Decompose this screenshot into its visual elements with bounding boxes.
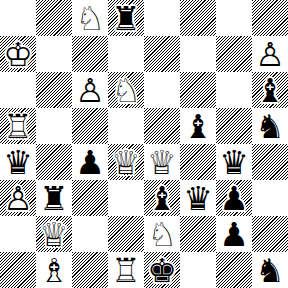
square-g4[interactable]: ♛♛ (216, 144, 252, 180)
square-g5[interactable] (216, 108, 252, 144)
square-b4[interactable] (36, 144, 72, 180)
piece-halo: ♛ (144, 144, 180, 180)
piece-black-pawn: ♟ (216, 180, 252, 216)
square-c5[interactable] (72, 108, 108, 144)
square-e2[interactable]: ♞♘ (144, 216, 180, 252)
piece-halo: ♞ (144, 216, 180, 252)
square-d5[interactable] (108, 108, 144, 144)
square-d7[interactable] (108, 36, 144, 72)
piece-white-queen: ♕ (36, 216, 72, 252)
piece-halo: ♛ (0, 144, 36, 180)
piece-black-bishop: ♝ (180, 108, 216, 144)
square-b5[interactable] (36, 108, 72, 144)
piece-halo: ♟ (216, 180, 252, 216)
square-b2[interactable]: ♛♕ (36, 216, 72, 252)
square-d4[interactable]: ♛♕ (108, 144, 144, 180)
square-a8[interactable] (0, 0, 36, 36)
square-h6[interactable]: ♝♝ (252, 72, 288, 108)
square-f7[interactable] (180, 36, 216, 72)
square-c1[interactable] (72, 252, 108, 288)
piece-white-rook: ♖ (108, 252, 144, 288)
piece-halo: ♝ (180, 108, 216, 144)
square-h3[interactable] (252, 180, 288, 216)
chess-board: ♞♘♜♜♚♔♟♙♟♙♞♘♝♝♜♖♝♝♞♞♛♛♟♟♛♕♛♕♛♛♟♙♜♜♝♝♛♛♟♟… (0, 0, 288, 288)
square-g8[interactable] (216, 0, 252, 36)
square-b7[interactable] (36, 36, 72, 72)
piece-halo: ♞ (252, 252, 288, 288)
square-e7[interactable] (144, 36, 180, 72)
piece-halo: ♟ (0, 180, 36, 216)
piece-black-knight: ♞ (252, 108, 288, 144)
square-f2[interactable] (180, 216, 216, 252)
piece-white-knight: ♘ (72, 0, 108, 36)
square-c4[interactable]: ♟♟ (72, 144, 108, 180)
square-h1[interactable]: ♞♞ (252, 252, 288, 288)
square-h4[interactable] (252, 144, 288, 180)
piece-halo: ♛ (216, 144, 252, 180)
square-a2[interactable] (0, 216, 36, 252)
square-b1[interactable]: ♝♗ (36, 252, 72, 288)
piece-halo: ♝ (252, 72, 288, 108)
piece-black-queen: ♛ (180, 180, 216, 216)
piece-halo: ♜ (108, 252, 144, 288)
square-g2[interactable]: ♟♟ (216, 216, 252, 252)
piece-halo: ♞ (72, 0, 108, 36)
square-f5[interactable]: ♝♝ (180, 108, 216, 144)
square-f4[interactable] (180, 144, 216, 180)
piece-white-pawn: ♙ (0, 180, 36, 216)
square-c3[interactable] (72, 180, 108, 216)
board-wrapper: ♞♘♜♜♚♔♟♙♟♙♞♘♝♝♜♖♝♝♞♞♛♛♟♟♛♕♛♕♛♛♟♙♜♜♝♝♛♛♟♟… (0, 0, 288, 288)
square-e8[interactable] (144, 0, 180, 36)
square-d3[interactable] (108, 180, 144, 216)
piece-black-pawn: ♟ (72, 144, 108, 180)
piece-halo: ♟ (216, 216, 252, 252)
square-f3[interactable]: ♛♛ (180, 180, 216, 216)
piece-halo: ♟ (72, 72, 108, 108)
square-b3[interactable]: ♜♜ (36, 180, 72, 216)
square-h2[interactable] (252, 216, 288, 252)
piece-halo: ♝ (144, 180, 180, 216)
piece-halo: ♜ (108, 0, 144, 36)
square-f6[interactable] (180, 72, 216, 108)
piece-halo: ♞ (108, 72, 144, 108)
square-d1[interactable]: ♜♖ (108, 252, 144, 288)
square-g3[interactable]: ♟♟ (216, 180, 252, 216)
piece-black-rook: ♜ (36, 180, 72, 216)
piece-white-queen: ♕ (144, 144, 180, 180)
square-c6[interactable]: ♟♙ (72, 72, 108, 108)
square-d8[interactable]: ♜♜ (108, 0, 144, 36)
piece-white-bishop: ♗ (36, 252, 72, 288)
piece-halo: ♜ (36, 180, 72, 216)
square-e3[interactable]: ♝♝ (144, 180, 180, 216)
square-h8[interactable] (252, 0, 288, 36)
piece-black-knight: ♞ (252, 252, 288, 288)
piece-halo: ♚ (144, 252, 180, 288)
square-a5[interactable]: ♜♖ (0, 108, 36, 144)
square-e5[interactable] (144, 108, 180, 144)
square-g7[interactable] (216, 36, 252, 72)
square-b6[interactable] (36, 72, 72, 108)
square-g6[interactable] (216, 72, 252, 108)
square-h5[interactable]: ♞♞ (252, 108, 288, 144)
piece-black-bishop: ♝ (252, 72, 288, 108)
square-h7[interactable]: ♟♙ (252, 36, 288, 72)
square-a7[interactable]: ♚♔ (0, 36, 36, 72)
square-e1[interactable]: ♚♚ (144, 252, 180, 288)
piece-white-queen: ♕ (108, 144, 144, 180)
square-a4[interactable]: ♛♛ (0, 144, 36, 180)
piece-black-bishop: ♝ (144, 180, 180, 216)
piece-halo: ♚ (0, 36, 36, 72)
piece-white-pawn: ♙ (252, 36, 288, 72)
piece-white-knight: ♘ (108, 72, 144, 108)
square-d2[interactable] (108, 216, 144, 252)
piece-black-queen: ♛ (0, 144, 36, 180)
square-c8[interactable]: ♞♘ (72, 0, 108, 36)
square-g1[interactable] (216, 252, 252, 288)
square-d6[interactable]: ♞♘ (108, 72, 144, 108)
square-e6[interactable] (144, 72, 180, 108)
piece-black-queen: ♛ (216, 144, 252, 180)
piece-halo: ♝ (36, 252, 72, 288)
square-e4[interactable]: ♛♕ (144, 144, 180, 180)
square-f8[interactable] (180, 0, 216, 36)
piece-halo: ♛ (36, 216, 72, 252)
piece-white-rook: ♖ (0, 108, 36, 144)
square-c2[interactable] (72, 216, 108, 252)
piece-white-pawn: ♙ (72, 72, 108, 108)
piece-halo: ♛ (180, 180, 216, 216)
square-c7[interactable] (72, 36, 108, 72)
square-a6[interactable] (0, 72, 36, 108)
square-f1[interactable] (180, 252, 216, 288)
piece-white-king: ♔ (0, 36, 36, 72)
square-b8[interactable] (36, 0, 72, 36)
piece-black-king: ♚ (144, 252, 180, 288)
square-a1[interactable] (0, 252, 36, 288)
piece-halo: ♟ (252, 36, 288, 72)
piece-halo: ♞ (252, 108, 288, 144)
square-a3[interactable]: ♟♙ (0, 180, 36, 216)
piece-white-knight: ♘ (144, 216, 180, 252)
piece-halo: ♜ (0, 108, 36, 144)
piece-halo: ♛ (108, 144, 144, 180)
piece-black-rook: ♜ (108, 0, 144, 36)
piece-halo: ♟ (72, 144, 108, 180)
piece-black-pawn: ♟ (216, 216, 252, 252)
